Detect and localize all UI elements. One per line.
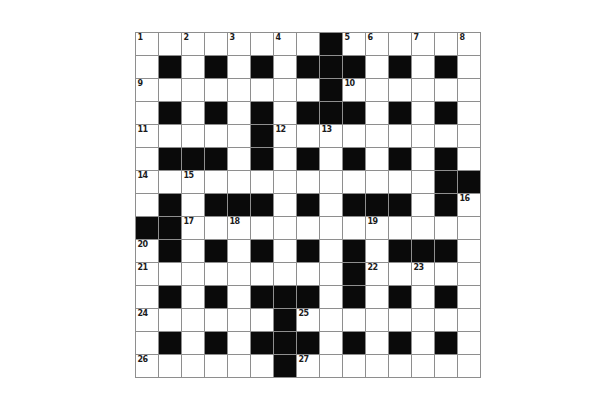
grid-cell[interactable] <box>458 286 480 308</box>
grid-cell[interactable]: 14 <box>136 171 158 193</box>
grid-cell[interactable] <box>274 194 296 216</box>
black-cell <box>228 194 250 216</box>
black-cell <box>251 148 273 170</box>
grid-cell[interactable]: 9 <box>136 79 158 101</box>
grid-cell[interactable] <box>136 148 158 170</box>
grid-cell[interactable] <box>435 33 457 55</box>
grid-cell[interactable] <box>228 355 250 377</box>
grid-cell[interactable] <box>136 286 158 308</box>
grid-cell[interactable]: 26 <box>136 355 158 377</box>
black-cell <box>274 332 296 354</box>
grid-cell[interactable] <box>343 125 365 147</box>
grid-cell[interactable] <box>159 33 181 55</box>
black-cell <box>274 286 296 308</box>
clue-number: 1 <box>138 33 143 42</box>
grid-cell[interactable] <box>389 33 411 55</box>
grid-cell[interactable]: 2 <box>182 33 204 55</box>
clue-number: 2 <box>184 33 189 42</box>
clue-number: 23 <box>414 263 424 272</box>
black-cell <box>320 102 342 124</box>
grid-cell[interactable]: 15 <box>182 171 204 193</box>
black-cell <box>343 148 365 170</box>
black-cell <box>435 240 457 262</box>
grid-cell[interactable] <box>228 263 250 285</box>
grid-cell[interactable] <box>389 309 411 331</box>
grid-cell[interactable] <box>297 217 319 239</box>
grid-cell[interactable] <box>182 309 204 331</box>
black-cell <box>297 286 319 308</box>
grid-cell[interactable]: 7 <box>412 33 434 55</box>
black-cell <box>159 194 181 216</box>
grid-cell[interactable] <box>412 194 434 216</box>
black-cell <box>343 240 365 262</box>
black-cell <box>251 286 273 308</box>
grid-cell[interactable] <box>274 102 296 124</box>
grid-cell[interactable] <box>320 263 342 285</box>
grid-cell[interactable] <box>297 33 319 55</box>
clue-number: 21 <box>138 263 148 272</box>
grid-cell[interactable] <box>320 148 342 170</box>
black-cell <box>205 332 227 354</box>
crossword-grid: 1234567891011121314151617181920212223242… <box>135 32 481 378</box>
grid-cell[interactable] <box>182 240 204 262</box>
clue-number: 11 <box>138 125 148 134</box>
black-cell <box>389 148 411 170</box>
grid-cell[interactable] <box>412 309 434 331</box>
black-cell <box>159 286 181 308</box>
clue-number: 5 <box>345 33 350 42</box>
grid-cell[interactable] <box>389 263 411 285</box>
page: 1234567891011121314151617181920212223242… <box>0 0 615 410</box>
grid-cell[interactable] <box>412 79 434 101</box>
grid-cell[interactable] <box>320 286 342 308</box>
grid-cell[interactable] <box>366 355 388 377</box>
grid-cell[interactable] <box>182 125 204 147</box>
grid-cell[interactable] <box>389 79 411 101</box>
clue-number: 19 <box>368 217 378 226</box>
black-cell <box>389 332 411 354</box>
black-cell <box>343 332 365 354</box>
black-cell <box>251 125 273 147</box>
grid-cell[interactable]: 27 <box>297 355 319 377</box>
black-cell <box>389 240 411 262</box>
grid-cell[interactable] <box>320 194 342 216</box>
grid-cell[interactable] <box>274 171 296 193</box>
grid-cell[interactable] <box>435 217 457 239</box>
grid-cell[interactable]: 5 <box>343 33 365 55</box>
grid-cell[interactable] <box>251 171 273 193</box>
grid-cell[interactable] <box>159 355 181 377</box>
black-cell <box>205 102 227 124</box>
grid-cell[interactable] <box>182 56 204 78</box>
grid-cell[interactable] <box>435 355 457 377</box>
grid-cell[interactable] <box>366 102 388 124</box>
grid-cell[interactable]: 12 <box>274 125 296 147</box>
grid-cell[interactable]: 11 <box>136 125 158 147</box>
grid-cell[interactable] <box>412 355 434 377</box>
black-cell <box>205 240 227 262</box>
black-cell <box>205 56 227 78</box>
grid-cell[interactable] <box>205 79 227 101</box>
grid-cell[interactable] <box>228 286 250 308</box>
clue-number: 3 <box>230 33 235 42</box>
black-cell <box>136 217 158 239</box>
grid-cell[interactable]: 4 <box>274 33 296 55</box>
grid-cell[interactable] <box>343 217 365 239</box>
grid-cell[interactable] <box>320 217 342 239</box>
clue-number: 8 <box>460 33 465 42</box>
grid-cell[interactable] <box>274 217 296 239</box>
black-cell <box>389 194 411 216</box>
grid-cell[interactable] <box>412 286 434 308</box>
black-cell <box>297 194 319 216</box>
grid-cell[interactable] <box>343 355 365 377</box>
grid-cell[interactable] <box>182 194 204 216</box>
grid-cell[interactable]: 6 <box>366 33 388 55</box>
grid-cell[interactable] <box>343 309 365 331</box>
grid-cell[interactable] <box>274 148 296 170</box>
clue-number: 16 <box>460 194 470 203</box>
black-cell <box>159 56 181 78</box>
grid-cell[interactable] <box>136 194 158 216</box>
grid-cell[interactable] <box>435 79 457 101</box>
black-cell <box>159 148 181 170</box>
grid-cell[interactable] <box>251 309 273 331</box>
black-cell <box>320 79 342 101</box>
grid-cell[interactable] <box>366 79 388 101</box>
grid-cell[interactable] <box>458 309 480 331</box>
grid-cell[interactable] <box>228 309 250 331</box>
grid-cell[interactable] <box>228 125 250 147</box>
grid-cell[interactable] <box>366 171 388 193</box>
grid-cell[interactable] <box>412 56 434 78</box>
grid-cell[interactable]: 1 <box>136 33 158 55</box>
grid-cell[interactable] <box>320 355 342 377</box>
black-cell <box>205 148 227 170</box>
grid-cell[interactable] <box>205 309 227 331</box>
clue-number: 10 <box>345 79 355 88</box>
grid-cell[interactable]: 10 <box>343 79 365 101</box>
grid-cell[interactable]: 19 <box>366 217 388 239</box>
black-cell <box>320 33 342 55</box>
grid-cell[interactable] <box>412 171 434 193</box>
clue-number: 18 <box>230 217 240 226</box>
black-cell <box>251 240 273 262</box>
black-cell <box>435 148 457 170</box>
black-cell <box>182 148 204 170</box>
grid-cell[interactable] <box>205 263 227 285</box>
clue-number: 6 <box>368 33 373 42</box>
black-cell <box>343 56 365 78</box>
black-cell <box>297 148 319 170</box>
grid-cell[interactable] <box>228 79 250 101</box>
grid-cell[interactable] <box>182 286 204 308</box>
black-cell <box>366 194 388 216</box>
clue-number: 9 <box>138 79 143 88</box>
black-cell <box>297 332 319 354</box>
grid-cell[interactable] <box>320 171 342 193</box>
grid-cell[interactable] <box>458 263 480 285</box>
clue-number: 7 <box>414 33 419 42</box>
grid-cell[interactable]: 20 <box>136 240 158 262</box>
grid-cell[interactable] <box>159 263 181 285</box>
grid-cell[interactable] <box>159 309 181 331</box>
black-cell <box>159 240 181 262</box>
grid-cell[interactable]: 21 <box>136 263 158 285</box>
grid-cell[interactable] <box>228 240 250 262</box>
grid-cell[interactable] <box>205 33 227 55</box>
grid-cell[interactable]: 17 <box>182 217 204 239</box>
grid-cell[interactable] <box>389 125 411 147</box>
grid-cell[interactable] <box>412 217 434 239</box>
grid-cell[interactable] <box>343 171 365 193</box>
black-cell <box>435 56 457 78</box>
grid-cell[interactable] <box>458 56 480 78</box>
grid-cell[interactable] <box>251 217 273 239</box>
black-cell <box>251 332 273 354</box>
clue-number: 25 <box>299 309 309 318</box>
black-cell <box>159 217 181 239</box>
grid-cell[interactable] <box>412 125 434 147</box>
black-cell <box>251 56 273 78</box>
grid-cell[interactable] <box>182 355 204 377</box>
black-cell <box>251 102 273 124</box>
black-cell <box>320 56 342 78</box>
grid-cell[interactable] <box>205 355 227 377</box>
black-cell <box>435 102 457 124</box>
black-cell <box>435 171 457 193</box>
grid-cell[interactable] <box>182 102 204 124</box>
clue-number: 12 <box>276 125 286 134</box>
clue-number: 13 <box>322 125 332 134</box>
grid-cell[interactable] <box>297 263 319 285</box>
black-cell <box>458 171 480 193</box>
black-cell <box>274 309 296 331</box>
grid-cell[interactable] <box>366 148 388 170</box>
black-cell <box>343 194 365 216</box>
black-cell <box>435 194 457 216</box>
grid-cell[interactable]: 25 <box>297 309 319 331</box>
grid-cell[interactable] <box>251 263 273 285</box>
black-cell <box>205 286 227 308</box>
grid-cell[interactable] <box>412 332 434 354</box>
grid-cell[interactable] <box>458 148 480 170</box>
grid-cell[interactable] <box>205 217 227 239</box>
grid-cell[interactable] <box>297 79 319 101</box>
grid-cell[interactable] <box>435 309 457 331</box>
grid-cell[interactable] <box>366 332 388 354</box>
grid-cell[interactable] <box>159 171 181 193</box>
black-cell <box>343 286 365 308</box>
grid-cell[interactable] <box>228 171 250 193</box>
grid-cell[interactable] <box>412 102 434 124</box>
black-cell <box>412 240 434 262</box>
black-cell <box>389 56 411 78</box>
grid-cell[interactable] <box>458 355 480 377</box>
grid-cell[interactable] <box>205 125 227 147</box>
grid-cell[interactable]: 23 <box>412 263 434 285</box>
grid-cell[interactable] <box>458 217 480 239</box>
grid-cell[interactable] <box>458 79 480 101</box>
grid-cell[interactable] <box>297 171 319 193</box>
black-cell <box>343 263 365 285</box>
grid-cell[interactable] <box>458 125 480 147</box>
clue-number: 14 <box>138 171 148 180</box>
grid-cell[interactable] <box>251 33 273 55</box>
grid-cell[interactable] <box>159 79 181 101</box>
clue-number: 15 <box>184 171 194 180</box>
grid-cell[interactable]: 18 <box>228 217 250 239</box>
grid-cell[interactable] <box>389 171 411 193</box>
clue-number: 4 <box>276 33 281 42</box>
black-cell <box>297 240 319 262</box>
black-cell <box>297 102 319 124</box>
grid-cell[interactable] <box>366 56 388 78</box>
grid-cell[interactable] <box>458 240 480 262</box>
black-cell <box>159 102 181 124</box>
grid-cell[interactable] <box>389 217 411 239</box>
grid-cell[interactable] <box>228 56 250 78</box>
grid-cell[interactable] <box>458 332 480 354</box>
grid-cell[interactable]: 8 <box>458 33 480 55</box>
grid-cell[interactable] <box>435 263 457 285</box>
black-cell <box>435 332 457 354</box>
black-cell <box>297 56 319 78</box>
grid-cell[interactable] <box>159 125 181 147</box>
black-cell <box>389 286 411 308</box>
grid-cell[interactable] <box>458 102 480 124</box>
grid-cell[interactable] <box>435 125 457 147</box>
grid-cell[interactable]: 22 <box>366 263 388 285</box>
grid-cell[interactable] <box>136 56 158 78</box>
grid-cell[interactable] <box>366 125 388 147</box>
grid-cell[interactable] <box>228 148 250 170</box>
grid-cell[interactable] <box>274 79 296 101</box>
grid-cell[interactable] <box>366 286 388 308</box>
grid-cell[interactable] <box>320 240 342 262</box>
grid-cell[interactable] <box>251 355 273 377</box>
clue-number: 24 <box>138 309 148 318</box>
clue-number: 26 <box>138 355 148 364</box>
black-cell <box>389 102 411 124</box>
grid-cell[interactable] <box>182 332 204 354</box>
grid-cell[interactable] <box>274 56 296 78</box>
clue-number: 17 <box>184 217 194 226</box>
grid-cell[interactable] <box>320 309 342 331</box>
grid-cell[interactable] <box>320 332 342 354</box>
grid-cell[interactable] <box>251 79 273 101</box>
grid-cell[interactable]: 24 <box>136 309 158 331</box>
grid-cell[interactable] <box>366 240 388 262</box>
black-cell <box>274 355 296 377</box>
grid-cell[interactable] <box>136 332 158 354</box>
grid-cell[interactable] <box>205 171 227 193</box>
grid-cell[interactable] <box>366 309 388 331</box>
grid-cell[interactable]: 13 <box>320 125 342 147</box>
grid-cell[interactable] <box>182 263 204 285</box>
grid-cell[interactable] <box>297 125 319 147</box>
grid-cell[interactable] <box>412 148 434 170</box>
grid-cell[interactable] <box>389 355 411 377</box>
grid-cell[interactable] <box>228 332 250 354</box>
black-cell <box>159 332 181 354</box>
grid-cell[interactable] <box>182 79 204 101</box>
black-cell <box>435 286 457 308</box>
black-cell <box>251 194 273 216</box>
grid-cell[interactable] <box>274 263 296 285</box>
clue-number: 20 <box>138 240 148 249</box>
black-cell <box>343 102 365 124</box>
clue-number: 27 <box>299 355 309 364</box>
grid-cell[interactable] <box>228 102 250 124</box>
grid-cell[interactable]: 3 <box>228 33 250 55</box>
black-cell <box>205 194 227 216</box>
grid-cell[interactable] <box>274 240 296 262</box>
grid-cell[interactable] <box>136 102 158 124</box>
clue-number: 22 <box>368 263 378 272</box>
grid-cell[interactable]: 16 <box>458 194 480 216</box>
